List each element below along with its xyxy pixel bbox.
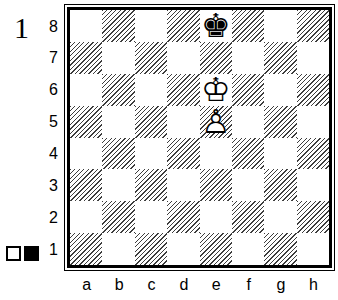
file-label-d: d xyxy=(168,276,200,294)
square-h7[interactable] xyxy=(297,42,329,74)
square-f5[interactable] xyxy=(232,106,264,138)
white-pawn[interactable]: ♟♙ xyxy=(200,106,232,138)
turn-indicators xyxy=(6,246,39,261)
board-frame: ♚♚♔♟♙ xyxy=(64,4,335,271)
square-b4[interactable] xyxy=(102,138,134,170)
square-a6[interactable] xyxy=(70,74,102,106)
board-border: ♚♚♔♟♙ xyxy=(67,7,332,268)
square-f6[interactable] xyxy=(232,74,264,106)
rank-label-3: 3 xyxy=(34,170,58,202)
square-b7[interactable] xyxy=(102,42,134,74)
square-f4[interactable] xyxy=(232,138,264,170)
rank-label-2: 2 xyxy=(34,202,58,234)
square-d2[interactable] xyxy=(167,201,199,233)
chess-diagram: 1 87654321 ♚♚♔♟♙ abcdefgh xyxy=(0,0,338,300)
square-c3[interactable] xyxy=(135,169,167,201)
square-f2[interactable] xyxy=(232,201,264,233)
file-label-f: f xyxy=(232,276,264,294)
rank-label-5: 5 xyxy=(34,106,58,138)
square-c7[interactable] xyxy=(135,42,167,74)
square-h4[interactable] xyxy=(297,138,329,170)
square-a4[interactable] xyxy=(70,138,102,170)
square-b8[interactable] xyxy=(102,10,134,42)
square-e3[interactable] xyxy=(200,169,232,201)
file-label-e: e xyxy=(200,276,232,294)
square-h1[interactable] xyxy=(297,233,329,265)
square-g6[interactable] xyxy=(264,74,296,106)
problem-number: 1 xyxy=(14,13,29,43)
board-grid: ♚♚♔♟♙ xyxy=(70,10,329,265)
file-labels: abcdefgh xyxy=(71,276,330,294)
file-label-g: g xyxy=(265,276,297,294)
rank-label-4: 4 xyxy=(34,138,58,170)
file-label-b: b xyxy=(103,276,135,294)
black-to-move-icon xyxy=(24,246,39,261)
square-b2[interactable] xyxy=(102,201,134,233)
square-g3[interactable] xyxy=(264,169,296,201)
square-f1[interactable] xyxy=(232,233,264,265)
square-d1[interactable] xyxy=(167,233,199,265)
square-h6[interactable] xyxy=(297,74,329,106)
square-c1[interactable] xyxy=(135,233,167,265)
white-pawn-outline-glyph: ♙ xyxy=(201,104,231,137)
square-h5[interactable] xyxy=(297,106,329,138)
square-g7[interactable] xyxy=(264,42,296,74)
file-label-h: h xyxy=(297,276,329,294)
square-h8[interactable] xyxy=(297,10,329,42)
square-g4[interactable] xyxy=(264,138,296,170)
file-label-c: c xyxy=(135,276,167,294)
square-g1[interactable] xyxy=(264,233,296,265)
square-c5[interactable] xyxy=(135,106,167,138)
square-b5[interactable] xyxy=(102,106,134,138)
square-b1[interactable] xyxy=(102,233,134,265)
square-f8[interactable] xyxy=(232,10,264,42)
square-g2[interactable] xyxy=(264,201,296,233)
rank-label-7: 7 xyxy=(34,42,58,74)
white-to-move-icon xyxy=(6,246,21,261)
black-king[interactable]: ♚ xyxy=(200,10,232,42)
square-g8[interactable] xyxy=(264,10,296,42)
square-d7[interactable] xyxy=(167,42,199,74)
rank-label-8: 8 xyxy=(34,11,58,43)
rank-labels: 87654321 xyxy=(34,11,58,266)
square-c6[interactable] xyxy=(135,74,167,106)
square-e2[interactable] xyxy=(200,201,232,233)
square-e1[interactable] xyxy=(200,233,232,265)
square-b6[interactable] xyxy=(102,74,134,106)
square-a8[interactable] xyxy=(70,10,102,42)
square-c4[interactable] xyxy=(135,138,167,170)
square-e4[interactable] xyxy=(200,138,232,170)
square-a1[interactable] xyxy=(70,233,102,265)
square-f7[interactable] xyxy=(232,42,264,74)
square-c2[interactable] xyxy=(135,201,167,233)
file-label-a: a xyxy=(71,276,103,294)
square-d4[interactable] xyxy=(167,138,199,170)
square-b3[interactable] xyxy=(102,169,134,201)
rank-label-6: 6 xyxy=(34,74,58,106)
square-e8[interactable]: ♚ xyxy=(200,10,232,42)
square-d6[interactable] xyxy=(167,74,199,106)
square-f3[interactable] xyxy=(232,169,264,201)
square-a5[interactable] xyxy=(70,106,102,138)
black-king-glyph: ♚ xyxy=(201,8,231,41)
square-d5[interactable] xyxy=(167,106,199,138)
square-h2[interactable] xyxy=(297,201,329,233)
square-a2[interactable] xyxy=(70,201,102,233)
square-g5[interactable] xyxy=(264,106,296,138)
square-d8[interactable] xyxy=(167,10,199,42)
square-e5[interactable]: ♟♙ xyxy=(200,106,232,138)
square-a3[interactable] xyxy=(70,169,102,201)
square-a7[interactable] xyxy=(70,42,102,74)
square-h3[interactable] xyxy=(297,169,329,201)
square-c8[interactable] xyxy=(135,10,167,42)
square-d3[interactable] xyxy=(167,169,199,201)
